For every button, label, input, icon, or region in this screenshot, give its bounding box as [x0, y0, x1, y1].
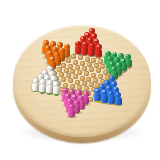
hole-empty[interactable] — [66, 58, 71, 63]
hole-empty[interactable] — [68, 78, 73, 83]
peg-body — [115, 97, 122, 105]
hole-empty[interactable] — [75, 80, 80, 85]
hole-empty[interactable] — [93, 78, 98, 83]
chinese-checkers-product-photo — [0, 0, 160, 160]
hole-empty[interactable] — [59, 72, 64, 77]
hole-empty[interactable] — [70, 84, 75, 89]
peg-body — [53, 86, 60, 94]
hole-empty[interactable] — [57, 67, 62, 72]
hole-empty[interactable] — [73, 60, 78, 65]
hole-empty[interactable] — [68, 64, 73, 69]
hole-empty[interactable] — [85, 57, 90, 62]
hole-empty[interactable] — [64, 68, 69, 73]
hole-empty[interactable] — [94, 63, 99, 68]
hole-empty[interactable] — [77, 85, 82, 90]
hole-empty[interactable] — [91, 58, 96, 63]
hole-empty[interactable] — [82, 66, 87, 71]
hole-empty[interactable] — [84, 86, 89, 91]
hole-empty[interactable] — [89, 67, 94, 72]
hole-empty[interactable] — [70, 69, 75, 74]
hole-empty[interactable] — [61, 63, 66, 68]
hole-empty[interactable] — [82, 81, 87, 86]
hole-empty[interactable] — [84, 71, 89, 76]
hole-empty[interactable] — [75, 65, 80, 70]
peg-red[interactable] — [95, 44, 103, 57]
hole-empty[interactable] — [63, 83, 68, 88]
peg-body — [95, 49, 102, 57]
hole-empty[interactable] — [77, 70, 82, 75]
hole-empty[interactable] — [80, 61, 85, 66]
hole-empty[interactable] — [87, 62, 92, 67]
hole-empty[interactable] — [61, 77, 66, 82]
hole-empty[interactable] — [96, 68, 101, 73]
peg-body — [68, 109, 75, 117]
hole-empty[interactable] — [73, 74, 78, 79]
peg-blue[interactable] — [114, 92, 122, 105]
peg-pink[interactable] — [68, 104, 76, 117]
hole-empty[interactable] — [98, 74, 103, 79]
hole-empty[interactable] — [71, 54, 76, 59]
hole-empty[interactable] — [80, 76, 85, 81]
hole-empty[interactable] — [78, 55, 83, 60]
hole-empty[interactable] — [86, 77, 91, 82]
peg-white[interactable] — [52, 81, 60, 94]
board-field — [0, 0, 160, 160]
hole-empty[interactable] — [66, 73, 71, 78]
hole-empty[interactable] — [89, 82, 94, 87]
hole-empty[interactable] — [91, 73, 96, 78]
